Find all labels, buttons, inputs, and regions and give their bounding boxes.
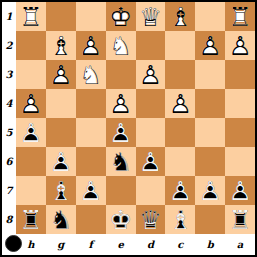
rank-label-6: 6 <box>2 147 16 176</box>
square-d5[interactable] <box>136 118 166 147</box>
square-c2[interactable] <box>165 31 195 60</box>
square-b8[interactable] <box>195 205 225 234</box>
square-d4[interactable] <box>136 89 166 118</box>
square-b7[interactable]: ♟♙ <box>195 176 225 205</box>
square-e1[interactable]: ♚♔ <box>106 2 136 31</box>
white-bishop: ♝♗ <box>46 31 76 60</box>
rank-label-5: 5 <box>2 118 16 147</box>
square-e6[interactable]: ♞♘ <box>106 147 136 176</box>
black-bishop: ♝♗ <box>165 205 195 234</box>
square-d2[interactable] <box>136 31 166 60</box>
white-knight: ♞♘ <box>76 60 106 89</box>
square-b1[interactable] <box>195 2 225 31</box>
side-to-move-indicator <box>5 235 22 252</box>
file-label-d: d <box>136 234 166 255</box>
square-e5[interactable]: ♟♙ <box>106 118 136 147</box>
white-rook: ♜♖ <box>225 2 255 31</box>
square-a7[interactable]: ♟♙ <box>225 176 255 205</box>
square-g1[interactable] <box>46 2 76 31</box>
square-a5[interactable] <box>225 118 255 147</box>
square-h8[interactable]: ♜♖ <box>16 205 46 234</box>
square-h5[interactable]: ♟♙ <box>16 118 46 147</box>
black-knight: ♞♘ <box>106 147 136 176</box>
square-b6[interactable] <box>195 147 225 176</box>
square-c7[interactable]: ♟♙ <box>165 176 195 205</box>
file-label-b: b <box>195 234 225 255</box>
square-c6[interactable] <box>165 147 195 176</box>
square-e4[interactable]: ♟♙ <box>106 89 136 118</box>
square-e7[interactable] <box>106 176 136 205</box>
square-g6[interactable]: ♟♙ <box>46 147 76 176</box>
white-bishop: ♝♗ <box>165 2 195 31</box>
square-e3[interactable] <box>106 60 136 89</box>
file-label-a: a <box>225 234 255 255</box>
square-b3[interactable] <box>195 60 225 89</box>
black-knight: ♞♘ <box>46 205 76 234</box>
square-c5[interactable] <box>165 118 195 147</box>
white-pawn: ♟♙ <box>195 31 225 60</box>
white-knight: ♞♘ <box>106 31 136 60</box>
square-d6[interactable]: ♟♙ <box>136 147 166 176</box>
file-label-e: e <box>106 234 136 255</box>
square-d7[interactable] <box>136 176 166 205</box>
square-f1[interactable] <box>76 2 106 31</box>
rank-label-4: 4 <box>2 89 16 118</box>
white-pawn: ♟♙ <box>106 89 136 118</box>
rank-label-7: 7 <box>2 176 16 205</box>
file-label-c: c <box>165 234 195 255</box>
square-f2[interactable]: ♟♙ <box>76 31 106 60</box>
square-g5[interactable] <box>46 118 76 147</box>
black-queen: ♛♕ <box>136 205 166 234</box>
square-f4[interactable] <box>76 89 106 118</box>
square-e2[interactable]: ♞♘ <box>106 31 136 60</box>
square-h3[interactable] <box>16 60 46 89</box>
square-f6[interactable] <box>76 147 106 176</box>
rank-label-8: 8 <box>2 205 16 234</box>
board-grid: 1♜♖♚♔♛♕♝♗♜♖2♝♗♟♙♞♘♟♙♟♙3♟♙♞♘♟♙4♟♙♟♙♟♙5♟♙♟… <box>2 2 255 255</box>
white-rook: ♜♖ <box>16 2 46 31</box>
square-c1[interactable]: ♝♗ <box>165 2 195 31</box>
square-h1[interactable]: ♜♖ <box>16 2 46 31</box>
square-h4[interactable]: ♟♙ <box>16 89 46 118</box>
black-rook: ♜♖ <box>225 205 255 234</box>
white-pawn: ♟♙ <box>165 89 195 118</box>
file-label-g: g <box>46 234 76 255</box>
square-g3[interactable]: ♟♙ <box>46 60 76 89</box>
rank-label-2: 2 <box>2 31 16 60</box>
square-g4[interactable] <box>46 89 76 118</box>
square-h2[interactable] <box>16 31 46 60</box>
square-a1[interactable]: ♜♖ <box>225 2 255 31</box>
black-pawn: ♟♙ <box>136 147 166 176</box>
white-king: ♚♔ <box>106 2 136 31</box>
square-d3[interactable]: ♟♙ <box>136 60 166 89</box>
white-pawn: ♟♙ <box>46 60 76 89</box>
square-a4[interactable] <box>225 89 255 118</box>
square-b2[interactable]: ♟♙ <box>195 31 225 60</box>
white-pawn: ♟♙ <box>136 60 166 89</box>
square-f5[interactable] <box>76 118 106 147</box>
black-king: ♚♔ <box>106 205 136 234</box>
black-pawn: ♟♙ <box>76 176 106 205</box>
square-d1[interactable]: ♛♕ <box>136 2 166 31</box>
black-pawn: ♟♙ <box>195 176 225 205</box>
square-g7[interactable]: ♝♗ <box>46 176 76 205</box>
white-pawn: ♟♙ <box>16 89 46 118</box>
square-a2[interactable]: ♟♙ <box>225 31 255 60</box>
file-label-f: f <box>76 234 106 255</box>
square-g2[interactable]: ♝♗ <box>46 31 76 60</box>
white-pawn: ♟♙ <box>225 31 255 60</box>
rank-label-3: 3 <box>2 60 16 89</box>
square-f3[interactable]: ♞♘ <box>76 60 106 89</box>
square-h6[interactable] <box>16 147 46 176</box>
black-rook: ♜♖ <box>16 205 46 234</box>
square-a6[interactable] <box>225 147 255 176</box>
square-c3[interactable] <box>165 60 195 89</box>
white-pawn: ♟♙ <box>76 31 106 60</box>
black-pawn: ♟♙ <box>165 176 195 205</box>
black-pawn: ♟♙ <box>46 147 76 176</box>
black-pawn: ♟♙ <box>225 176 255 205</box>
square-b5[interactable] <box>195 118 225 147</box>
square-a3[interactable] <box>225 60 255 89</box>
square-h7[interactable] <box>16 176 46 205</box>
square-f8[interactable] <box>76 205 106 234</box>
rank-label-1: 1 <box>2 2 16 31</box>
square-e8[interactable]: ♚♔ <box>106 205 136 234</box>
black-bishop: ♝♗ <box>46 176 76 205</box>
square-g8[interactable]: ♞♘ <box>46 205 76 234</box>
white-queen: ♛♕ <box>136 2 166 31</box>
square-a8[interactable]: ♜♖ <box>225 205 255 234</box>
square-c8[interactable]: ♝♗ <box>165 205 195 234</box>
square-c4[interactable]: ♟♙ <box>165 89 195 118</box>
chess-diagram: 1♜♖♚♔♛♕♝♗♜♖2♝♗♟♙♞♘♟♙♟♙3♟♙♞♘♟♙4♟♙♟♙♟♙5♟♙♟… <box>0 0 257 257</box>
square-b4[interactable] <box>195 89 225 118</box>
black-pawn: ♟♙ <box>106 118 136 147</box>
square-f7[interactable]: ♟♙ <box>76 176 106 205</box>
black-pawn: ♟♙ <box>16 118 46 147</box>
square-d8[interactable]: ♛♕ <box>136 205 166 234</box>
